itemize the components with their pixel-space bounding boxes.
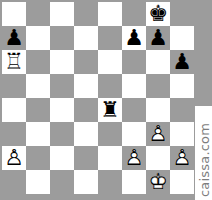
- chess-board: ♚♟♟♟♜♖♟♜♟♙♟♙♟♙♟♙♚♔: [2, 2, 194, 194]
- square-a7[interactable]: ♟: [2, 26, 26, 50]
- square-c3[interactable]: [50, 122, 74, 146]
- square-e2[interactable]: [98, 146, 122, 170]
- square-g6[interactable]: [146, 50, 170, 74]
- square-e5[interactable]: [98, 74, 122, 98]
- black-pawn-icon: ♟: [2, 26, 26, 50]
- white-pawn-body: ♟: [146, 122, 170, 146]
- square-a2[interactable]: ♟♙: [2, 146, 26, 170]
- square-b4[interactable]: [26, 98, 50, 122]
- square-h6[interactable]: ♟: [170, 50, 194, 74]
- square-e1[interactable]: [98, 170, 122, 194]
- square-e4[interactable]: ♜: [98, 98, 122, 122]
- square-e8[interactable]: [98, 2, 122, 26]
- square-a5[interactable]: [2, 74, 26, 98]
- square-f3[interactable]: [122, 122, 146, 146]
- square-c1[interactable]: [50, 170, 74, 194]
- square-b5[interactable]: [26, 74, 50, 98]
- square-g3[interactable]: ♟♙: [146, 122, 170, 146]
- square-b1[interactable]: [26, 170, 50, 194]
- square-e7[interactable]: [98, 26, 122, 50]
- square-f1[interactable]: [122, 170, 146, 194]
- square-f7[interactable]: ♟: [122, 26, 146, 50]
- white-pawn-body: ♟: [2, 146, 26, 170]
- square-f2[interactable]: ♟♙: [122, 146, 146, 170]
- black-rook-icon: ♜: [98, 98, 122, 122]
- watermark-box: caissa.com: [195, 106, 212, 200]
- square-c6[interactable]: [50, 50, 74, 74]
- square-g5[interactable]: [146, 74, 170, 98]
- white-pawn-icon: ♙: [2, 146, 26, 170]
- square-h4[interactable]: [170, 98, 194, 122]
- white-pawn-icon: ♙: [146, 122, 170, 146]
- square-c7[interactable]: [50, 26, 74, 50]
- watermark-text: caissa.com: [197, 123, 212, 197]
- white-pawn-body: ♟: [170, 146, 194, 170]
- square-f8[interactable]: [122, 2, 146, 26]
- square-b8[interactable]: [26, 2, 50, 26]
- square-h7[interactable]: [170, 26, 194, 50]
- square-c5[interactable]: [50, 74, 74, 98]
- square-c4[interactable]: [50, 98, 74, 122]
- square-f5[interactable]: [122, 74, 146, 98]
- square-a1[interactable]: [2, 170, 26, 194]
- white-rook-icon: ♖: [2, 50, 26, 74]
- square-g2[interactable]: [146, 146, 170, 170]
- square-a6[interactable]: ♜♖: [2, 50, 26, 74]
- square-b2[interactable]: [26, 146, 50, 170]
- white-pawn-icon: ♙: [122, 146, 146, 170]
- white-pawn-icon: ♙: [170, 146, 194, 170]
- black-pawn-icon: ♟: [122, 26, 146, 50]
- square-d3[interactable]: [74, 122, 98, 146]
- square-h1[interactable]: [170, 170, 194, 194]
- square-d2[interactable]: [74, 146, 98, 170]
- chess-diagram: ♚♟♟♟♜♖♟♜♟♙♟♙♟♙♟♙♚♔ caissa.com: [0, 0, 212, 200]
- white-rook-body: ♜: [2, 50, 26, 74]
- square-e6[interactable]: [98, 50, 122, 74]
- square-e3[interactable]: [98, 122, 122, 146]
- square-d8[interactable]: [74, 2, 98, 26]
- black-king-icon: ♚: [146, 2, 170, 26]
- black-pawn-icon: ♟: [146, 26, 170, 50]
- square-d7[interactable]: [74, 26, 98, 50]
- black-pawn-icon: ♟: [170, 50, 194, 74]
- square-g7[interactable]: ♟: [146, 26, 170, 50]
- square-d5[interactable]: [74, 74, 98, 98]
- square-g4[interactable]: [146, 98, 170, 122]
- square-g8[interactable]: ♚: [146, 2, 170, 26]
- square-d4[interactable]: [74, 98, 98, 122]
- square-b7[interactable]: [26, 26, 50, 50]
- square-b6[interactable]: [26, 50, 50, 74]
- white-king-body: ♚: [146, 170, 170, 194]
- square-c8[interactable]: [50, 2, 74, 26]
- square-h2[interactable]: ♟♙: [170, 146, 194, 170]
- square-f6[interactable]: [122, 50, 146, 74]
- white-king-icon: ♔: [146, 170, 170, 194]
- square-h8[interactable]: [170, 2, 194, 26]
- square-a3[interactable]: [2, 122, 26, 146]
- square-h5[interactable]: [170, 74, 194, 98]
- square-d6[interactable]: [74, 50, 98, 74]
- square-a4[interactable]: [2, 98, 26, 122]
- square-c2[interactable]: [50, 146, 74, 170]
- square-a8[interactable]: [2, 2, 26, 26]
- square-g1[interactable]: ♚♔: [146, 170, 170, 194]
- white-pawn-body: ♟: [122, 146, 146, 170]
- square-f4[interactable]: [122, 98, 146, 122]
- square-h3[interactable]: [170, 122, 194, 146]
- square-d1[interactable]: [74, 170, 98, 194]
- square-b3[interactable]: [26, 122, 50, 146]
